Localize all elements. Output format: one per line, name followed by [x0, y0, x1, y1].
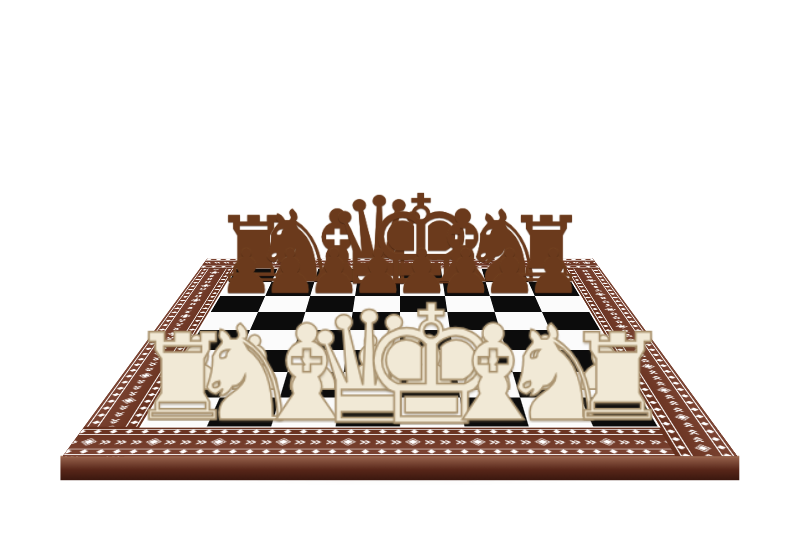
square-f8 [441, 269, 486, 282]
square-d3 [344, 350, 400, 372]
square-c1 [271, 398, 340, 427]
board-edge-face [60, 456, 739, 481]
chess-board: ◆◆◆◆◆◆◆◆◆◆◆◆◆◆◆◆◆◆◆◆◆◆◆◆◆◆◆◆◆◆◆◆◆◆◆◆◆◆◆◆… [63, 258, 738, 456]
square-b6 [258, 296, 310, 312]
square-h6 [535, 296, 589, 312]
square-g7 [486, 282, 535, 296]
square-f6 [445, 296, 495, 312]
square-c4 [294, 330, 350, 350]
square-d6 [353, 296, 400, 312]
square-d2 [340, 372, 400, 397]
square-c8 [314, 269, 359, 282]
square-b5 [250, 312, 305, 330]
square-b8 [272, 269, 319, 282]
square-e7 [400, 282, 445, 296]
square-d5 [350, 312, 400, 330]
square-h5 [542, 312, 600, 330]
square-g6 [490, 296, 542, 312]
square-f2 [456, 372, 520, 397]
square-h8 [523, 269, 572, 282]
square-a7 [220, 282, 271, 296]
square-f5 [447, 312, 500, 330]
square-d4 [347, 330, 400, 350]
square-f4 [450, 330, 506, 350]
square-e8 [400, 269, 443, 282]
square-f7 [443, 282, 490, 296]
square-f1 [460, 398, 529, 427]
square-a3 [175, 350, 241, 372]
square-b2 [220, 372, 288, 397]
square-g4 [500, 330, 559, 350]
square-e1 [400, 398, 464, 427]
square-c2 [280, 372, 344, 397]
square-b1 [207, 398, 280, 427]
square-g5 [495, 312, 550, 330]
square-g1 [520, 398, 593, 427]
square-c7 [310, 282, 357, 296]
square-e5 [400, 312, 450, 330]
square-a6 [211, 296, 265, 312]
perspective-stage: ◆◆◆◆◆◆◆◆◆◆◆◆◆◆◆◆◆◆◆◆◆◆◆◆◆◆◆◆◆◆◆◆◆◆◆◆◆◆◆◆… [0, 0, 800, 533]
square-b7 [265, 282, 314, 296]
wood-border-strip-far: ◆◆◆◆◆◆◆◆◆◆◆◆◆◆◆◆◆◆◆◆◆◆◆◆◆◆◆◆◆◆◆◆◆◆◆◆◆◆◆◆… [200, 258, 601, 269]
square-g3 [506, 350, 569, 372]
square-a5 [200, 312, 258, 330]
square-d8 [357, 269, 400, 282]
square-e2 [400, 372, 460, 397]
square-g2 [513, 372, 581, 397]
square-c6 [305, 296, 355, 312]
square-b4 [241, 330, 300, 350]
square-e4 [400, 330, 453, 350]
square-d1 [336, 398, 400, 427]
square-h7 [528, 282, 579, 296]
square-a8 [229, 269, 278, 282]
square-c3 [287, 350, 347, 372]
square-e3 [400, 350, 456, 372]
product-photo-scene: ◆◆◆◆◆◆◆◆◆◆◆◆◆◆◆◆◆◆◆◆◆◆◆◆◆◆◆◆◆◆◆◆◆◆◆◆◆◆◆◆… [0, 0, 800, 533]
square-e6 [400, 296, 447, 312]
square-d7 [355, 282, 400, 296]
square-f3 [453, 350, 513, 372]
square-g8 [482, 269, 529, 282]
square-b3 [231, 350, 294, 372]
square-c5 [300, 312, 353, 330]
square-a4 [188, 330, 250, 350]
wood-border-strip-near: ◆◆◆◆◆◆◆◆◆◆◆◆◆◆◆◆◆◆◆◆◆◆◆◆◆◆◆◆◆◆◆◆◆◆◆◆◆◆◆◆… [63, 426, 738, 456]
